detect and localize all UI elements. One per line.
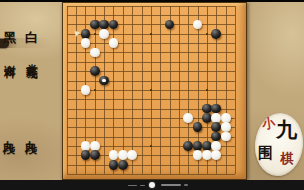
- stone-white: [193, 20, 203, 30]
- grid-line: [67, 99, 235, 100]
- grid-line: [226, 6, 227, 174]
- stone-white: [211, 113, 221, 123]
- stone-black: [211, 29, 221, 39]
- stone-black: [81, 150, 91, 160]
- logo-char-bottom-left: 围: [258, 146, 273, 161]
- stone-black: [109, 20, 119, 30]
- star-point: [206, 33, 208, 35]
- white-color-label: 白: [25, 21, 38, 23]
- star-point: [150, 33, 152, 35]
- stone-black: [183, 141, 193, 151]
- stone-black: [90, 66, 100, 76]
- stone-white: [211, 141, 221, 151]
- stone-white: [211, 150, 221, 160]
- stone-white: [127, 150, 137, 160]
- stone-white: [90, 141, 100, 151]
- stone-black: [202, 104, 212, 114]
- white-player-rank: 九段: [25, 131, 37, 134]
- stone-white: [81, 85, 91, 95]
- grid-line: [67, 165, 235, 166]
- star-point: [150, 89, 152, 91]
- grid-line: [170, 6, 171, 174]
- white-player-name: 党毅飞: [26, 55, 38, 60]
- last-move-marker: [102, 79, 105, 82]
- stone-white: [81, 141, 91, 151]
- logo-char-main: 九: [276, 119, 297, 140]
- black-player-name: 谢科: [4, 56, 16, 59]
- video-frame: 黑 白 谢科 党毅飞 九段 九段 小 九 围 棋: [0, 0, 304, 190]
- scroll-knob-icon: [0, 39, 9, 48]
- stone-white: [99, 29, 109, 39]
- star-point: [94, 33, 96, 35]
- grid-line: [67, 127, 235, 128]
- star-point: [94, 89, 96, 91]
- bar-mark: [140, 185, 145, 187]
- video-progress-bar[interactable]: [0, 180, 304, 190]
- stone-white: [221, 132, 231, 142]
- black-color-label: 黑: [3, 21, 16, 23]
- stone-black: [90, 20, 100, 30]
- black-player-rank: 九段: [3, 131, 15, 134]
- channel-logo: 小 九 围 棋: [252, 110, 304, 180]
- stone-black: [202, 113, 212, 123]
- grid-line: [67, 137, 235, 138]
- stone-black: [81, 29, 91, 39]
- grid-line: [235, 6, 236, 174]
- player-info-panel: 黑 白 谢科 党毅飞 九段 九段: [0, 2, 62, 180]
- stone-black: [99, 20, 109, 30]
- bar-mark: [161, 184, 181, 186]
- go-board[interactable]: [62, 2, 247, 180]
- stone-black: [211, 132, 221, 142]
- stone-white: [202, 150, 212, 160]
- stone-white: [193, 150, 203, 160]
- stone-black: [165, 20, 175, 30]
- stone-black: [90, 150, 100, 160]
- stone-white: [109, 150, 119, 160]
- stone-black: [118, 160, 128, 170]
- stone-white: [90, 48, 100, 58]
- stone-black: [193, 122, 203, 132]
- bar-mark: [128, 185, 137, 187]
- stone-black: [211, 104, 221, 114]
- grid-line: [67, 174, 235, 175]
- bar-mark: [184, 184, 188, 186]
- stone-white: [221, 113, 231, 123]
- grid-line: [179, 6, 180, 174]
- stone-white: [81, 38, 91, 48]
- progress-knob[interactable]: [149, 182, 155, 188]
- stone-black: [202, 141, 212, 151]
- stone-black: [109, 160, 119, 170]
- stone-white: [183, 113, 193, 123]
- grid-line: [160, 6, 161, 174]
- stone-white: [109, 38, 119, 48]
- stone-white: [221, 122, 231, 132]
- stone-black: [193, 141, 203, 151]
- stone-white: [118, 150, 128, 160]
- logo-char-bottom-right: 棋: [280, 152, 294, 166]
- logo-char-small: 小: [261, 116, 276, 131]
- stone-black: [211, 122, 221, 132]
